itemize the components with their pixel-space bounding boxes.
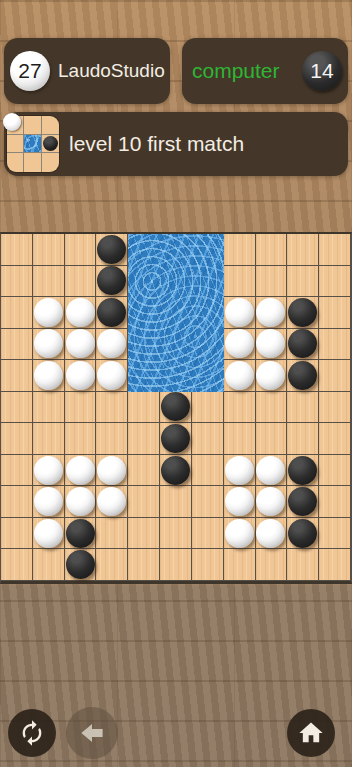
board-cell[interactable] [224, 234, 256, 266]
computer-label: computer [192, 59, 280, 83]
back-arrow-icon [77, 718, 107, 748]
black-stone[interactable] [288, 361, 317, 390]
white-stone[interactable] [225, 361, 254, 390]
board-cell[interactable] [160, 423, 192, 455]
white-stone[interactable] [66, 329, 95, 358]
board-cell[interactable] [319, 423, 351, 455]
board-cell[interactable] [224, 549, 256, 581]
board-cell[interactable] [192, 518, 224, 550]
mini-cell [42, 116, 59, 135]
board-cell[interactable] [160, 455, 192, 487]
board-cell[interactable] [319, 266, 351, 298]
board-cell[interactable] [319, 360, 351, 392]
board-cell[interactable] [287, 234, 319, 266]
undo-button[interactable] [66, 707, 118, 759]
home-button[interactable] [287, 709, 335, 757]
board-cell[interactable] [256, 518, 288, 550]
board-cell[interactable] [96, 297, 128, 329]
board-cell[interactable] [287, 518, 319, 550]
board-cell[interactable] [1, 234, 33, 266]
app-logo-icon [7, 116, 59, 172]
board-cell[interactable] [65, 423, 97, 455]
board-cell[interactable] [96, 266, 128, 298]
black-stone[interactable] [288, 519, 317, 548]
board-cell[interactable] [224, 329, 256, 361]
board-cell[interactable] [1, 392, 33, 424]
level-banner: level 10 first match [4, 112, 348, 176]
board-cell[interactable] [319, 234, 351, 266]
board-cell[interactable] [256, 486, 288, 518]
board-cell[interactable] [65, 518, 97, 550]
white-stone[interactable] [34, 329, 63, 358]
player-name: LaudoStudio [58, 60, 165, 82]
white-stone[interactable] [66, 361, 95, 390]
board-cell[interactable] [256, 329, 288, 361]
black-stone[interactable] [161, 392, 190, 421]
white-stone[interactable] [66, 487, 95, 516]
board-cell[interactable] [287, 455, 319, 487]
mini-cell [42, 153, 59, 172]
black-stone[interactable] [66, 550, 95, 579]
board-cell[interactable] [65, 486, 97, 518]
board-cell[interactable] [256, 455, 288, 487]
black-stone[interactable] [288, 456, 317, 485]
board-cell[interactable] [96, 234, 128, 266]
board-cell[interactable] [65, 392, 97, 424]
board-cell[interactable] [224, 360, 256, 392]
board-cell[interactable] [256, 234, 288, 266]
board-cell[interactable] [65, 455, 97, 487]
board-cell[interactable] [1, 455, 33, 487]
white-stone[interactable] [256, 456, 285, 485]
black-stone[interactable] [97, 266, 126, 295]
restart-button[interactable] [8, 709, 56, 757]
black-stone[interactable] [288, 487, 317, 516]
board-cell[interactable] [224, 266, 256, 298]
white-stone[interactable] [34, 361, 63, 390]
board-cell[interactable] [1, 329, 33, 361]
board-cell[interactable] [287, 297, 319, 329]
board-cell[interactable] [65, 329, 97, 361]
white-stone[interactable] [34, 487, 63, 516]
board-cell[interactable] [65, 266, 97, 298]
board-cell[interactable] [256, 549, 288, 581]
board-cell[interactable] [33, 360, 65, 392]
white-stone[interactable] [256, 487, 285, 516]
board-cell[interactable] [33, 329, 65, 361]
board-cell[interactable] [1, 549, 33, 581]
board-cell[interactable] [128, 423, 160, 455]
white-stone[interactable] [97, 487, 126, 516]
board-cell[interactable] [160, 549, 192, 581]
board-cell[interactable] [1, 360, 33, 392]
board-cell[interactable] [33, 486, 65, 518]
black-stone[interactable] [161, 456, 190, 485]
white-stone[interactable] [66, 298, 95, 327]
board-cell[interactable] [319, 518, 351, 550]
board-cell[interactable] [319, 486, 351, 518]
board-cell[interactable] [224, 486, 256, 518]
white-stone[interactable] [225, 487, 254, 516]
white-stone[interactable] [34, 298, 63, 327]
black-score: 14 [310, 59, 333, 83]
water-lake [128, 234, 223, 392]
board-cell[interactable] [287, 423, 319, 455]
mini-cell [7, 116, 24, 135]
white-stone[interactable] [66, 456, 95, 485]
mini-black-stone-icon [43, 136, 58, 151]
black-stone[interactable] [66, 519, 95, 548]
board-cell[interactable] [287, 329, 319, 361]
black-score-ball-icon: 14 [302, 51, 342, 91]
board-cell[interactable] [128, 518, 160, 550]
board-cell[interactable] [33, 518, 65, 550]
board-cell[interactable] [319, 549, 351, 581]
board-cell[interactable] [33, 266, 65, 298]
board-cell[interactable] [1, 486, 33, 518]
white-stone[interactable] [225, 456, 254, 485]
mini-cell [42, 135, 59, 154]
board-cell[interactable] [192, 392, 224, 424]
board-cell[interactable] [1, 297, 33, 329]
board-cell[interactable] [224, 392, 256, 424]
board-cell[interactable] [160, 392, 192, 424]
board-cell[interactable] [319, 455, 351, 487]
board-cell[interactable] [192, 486, 224, 518]
white-stone[interactable] [34, 519, 63, 548]
board-cell[interactable] [33, 392, 65, 424]
white-stone[interactable] [256, 329, 285, 358]
board-cell[interactable] [33, 297, 65, 329]
board-cell[interactable] [192, 455, 224, 487]
board-cell[interactable] [1, 518, 33, 550]
white-score-ball-icon: 27 [10, 51, 50, 91]
black-stone[interactable] [97, 235, 126, 264]
computer-score-panel: computer 14 [182, 38, 348, 104]
board-cell[interactable] [33, 234, 65, 266]
board-cell[interactable] [96, 423, 128, 455]
board-cell[interactable] [128, 549, 160, 581]
board-cell[interactable] [65, 297, 97, 329]
board-cell[interactable] [256, 297, 288, 329]
board-cell[interactable] [287, 266, 319, 298]
board-cell[interactable] [33, 423, 65, 455]
board-cell[interactable] [287, 486, 319, 518]
board-cell[interactable] [224, 518, 256, 550]
board-cell[interactable] [96, 360, 128, 392]
white-stone[interactable] [225, 329, 254, 358]
white-stone[interactable] [256, 519, 285, 548]
mini-white-stone-icon [3, 113, 21, 131]
board-cell[interactable] [96, 549, 128, 581]
board-cell[interactable] [128, 486, 160, 518]
white-stone[interactable] [34, 456, 63, 485]
board-cell[interactable] [65, 549, 97, 581]
white-stone[interactable] [97, 329, 126, 358]
board-cell[interactable] [256, 392, 288, 424]
board-cell[interactable] [256, 266, 288, 298]
white-stone[interactable] [97, 361, 126, 390]
board-cell[interactable] [65, 234, 97, 266]
board-cell[interactable] [128, 455, 160, 487]
white-stone[interactable] [256, 361, 285, 390]
mini-cell [7, 153, 24, 172]
white-stone[interactable] [256, 298, 285, 327]
board-cell[interactable] [65, 360, 97, 392]
level-text: level 10 first match [69, 132, 244, 156]
board-cell[interactable] [224, 423, 256, 455]
mini-cell [24, 153, 41, 172]
board-cell[interactable] [287, 549, 319, 581]
black-stone[interactable] [288, 329, 317, 358]
white-score: 27 [18, 59, 41, 83]
board-cell[interactable] [160, 518, 192, 550]
board-cell[interactable] [128, 392, 160, 424]
black-stone[interactable] [161, 424, 190, 453]
board-cell[interactable] [96, 392, 128, 424]
board-cell[interactable] [192, 423, 224, 455]
board-cell[interactable] [1, 423, 33, 455]
mini-water-icon [24, 135, 40, 153]
board-cell[interactable] [96, 455, 128, 487]
player-score-panel: 27 LaudoStudio [4, 38, 170, 104]
board [0, 232, 352, 584]
black-stone[interactable] [97, 298, 126, 327]
white-stone[interactable] [225, 519, 254, 548]
board-cell[interactable] [96, 486, 128, 518]
board-cell[interactable] [319, 392, 351, 424]
mini-cell [24, 135, 41, 154]
board-cell[interactable] [96, 329, 128, 361]
board-cell[interactable] [287, 392, 319, 424]
board-cell[interactable] [96, 518, 128, 550]
board-cell[interactable] [160, 486, 192, 518]
board-cell[interactable] [1, 266, 33, 298]
board-cell[interactable] [33, 549, 65, 581]
board-cell[interactable] [287, 360, 319, 392]
board-cell[interactable] [256, 423, 288, 455]
mini-cell [24, 116, 41, 135]
app-screen: 27 LaudoStudio computer 14 level 10 firs… [0, 0, 352, 767]
board-cell[interactable] [224, 297, 256, 329]
board-cell[interactable] [256, 360, 288, 392]
board-cell[interactable] [319, 297, 351, 329]
board-cell[interactable] [224, 455, 256, 487]
board-cell[interactable] [192, 549, 224, 581]
board-cell[interactable] [33, 455, 65, 487]
black-stone[interactable] [288, 298, 317, 327]
white-stone[interactable] [225, 298, 254, 327]
refresh-icon [18, 719, 46, 747]
board-cell[interactable] [319, 329, 351, 361]
home-icon [297, 719, 325, 747]
mini-cell [7, 135, 24, 154]
white-stone[interactable] [97, 456, 126, 485]
